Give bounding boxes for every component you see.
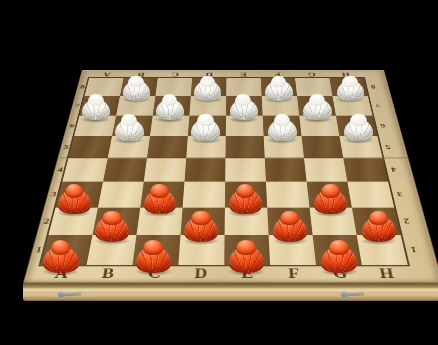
metal-clasp-left-icon	[57, 290, 81, 298]
piece-knob	[329, 240, 349, 255]
file-label-bottom-d: D	[177, 265, 224, 284]
piece-knob	[342, 76, 357, 87]
file-label-top-e: E	[226, 70, 260, 78]
square-c5[interactable]	[147, 136, 188, 158]
file-label-bottom-f: F	[270, 265, 318, 284]
piece-white-e7[interactable]	[230, 94, 258, 120]
piece-red-e3[interactable]	[229, 184, 262, 214]
square-d3[interactable]	[183, 182, 226, 208]
piece-white-a7[interactable]	[82, 94, 110, 120]
square-h4[interactable]	[343, 158, 388, 182]
square-a5[interactable]	[68, 136, 112, 158]
piece-white-h6[interactable]	[344, 114, 373, 141]
square-a4[interactable]	[62, 158, 107, 182]
piece-white-f8[interactable]	[265, 76, 292, 101]
file-label-top-a: A	[89, 70, 125, 78]
piece-red-g1[interactable]	[321, 240, 357, 273]
piece-knob	[274, 114, 290, 126]
piece-knob	[121, 114, 137, 126]
piece-white-d8[interactable]	[194, 76, 221, 101]
piece-white-c7[interactable]	[156, 94, 184, 120]
piece-knob	[321, 184, 339, 198]
piece-knob	[200, 76, 215, 87]
piece-white-b8[interactable]	[123, 76, 150, 101]
piece-knob	[191, 211, 210, 225]
square-e5[interactable]	[225, 136, 264, 158]
photo-scene: ABCDEFGH ABCDEFGH 87654321 87654321	[0, 0, 438, 345]
piece-red-h2[interactable]	[362, 211, 396, 242]
piece-knob	[280, 211, 299, 225]
square-d4[interactable]	[184, 158, 225, 182]
piece-red-f2[interactable]	[273, 211, 307, 242]
piece-knob	[88, 94, 104, 106]
piece-knob	[197, 114, 213, 126]
piece-knob	[143, 240, 163, 255]
piece-knob	[162, 94, 178, 106]
square-g4[interactable]	[304, 158, 347, 182]
piece-red-a1[interactable]	[43, 240, 79, 273]
piece-white-f6[interactable]	[268, 114, 297, 141]
piece-knob	[65, 184, 83, 198]
square-h3[interactable]	[347, 182, 394, 208]
square-f3[interactable]	[266, 182, 310, 208]
square-e4[interactable]	[225, 158, 266, 182]
piece-red-g3[interactable]	[314, 184, 347, 214]
file-label-bottom-h: H	[362, 265, 412, 284]
file-label-top-c: C	[158, 70, 193, 78]
piece-knob	[51, 240, 71, 255]
piece-knob	[236, 184, 254, 198]
piece-white-d6[interactable]	[191, 114, 220, 141]
piece-knob	[271, 76, 286, 87]
piece-knob	[309, 94, 325, 106]
square-c4[interactable]	[144, 158, 186, 182]
piece-red-b2[interactable]	[95, 211, 129, 242]
square-e8[interactable]	[226, 78, 261, 96]
board-fold-seam	[58, 157, 408, 159]
piece-knob	[102, 211, 121, 225]
metal-clasp-right-icon	[340, 290, 364, 298]
file-label-top-g: G	[294, 70, 329, 78]
piece-red-e1[interactable]	[229, 240, 265, 273]
square-f4[interactable]	[265, 158, 307, 182]
piece-knob	[236, 240, 256, 255]
piece-knob	[128, 76, 143, 87]
piece-white-b6[interactable]	[115, 114, 144, 141]
box-front-edge	[23, 283, 438, 301]
square-g5[interactable]	[302, 136, 344, 158]
piece-knob	[350, 114, 366, 126]
piece-knob	[235, 94, 251, 106]
square-c8[interactable]	[155, 78, 192, 96]
piece-white-g7[interactable]	[303, 94, 331, 120]
piece-knob	[369, 211, 388, 225]
piece-red-a3[interactable]	[58, 184, 91, 214]
piece-white-h8[interactable]	[337, 76, 364, 101]
file-label-bottom-b: B	[83, 265, 133, 284]
piece-red-c1[interactable]	[136, 240, 172, 273]
piece-knob	[150, 184, 168, 198]
piece-red-d2[interactable]	[184, 211, 218, 242]
square-g8[interactable]	[295, 78, 332, 96]
square-b4[interactable]	[103, 158, 147, 182]
square-a8[interactable]	[85, 78, 124, 96]
square-b3[interactable]	[98, 182, 144, 208]
piece-red-c3[interactable]	[144, 184, 177, 214]
